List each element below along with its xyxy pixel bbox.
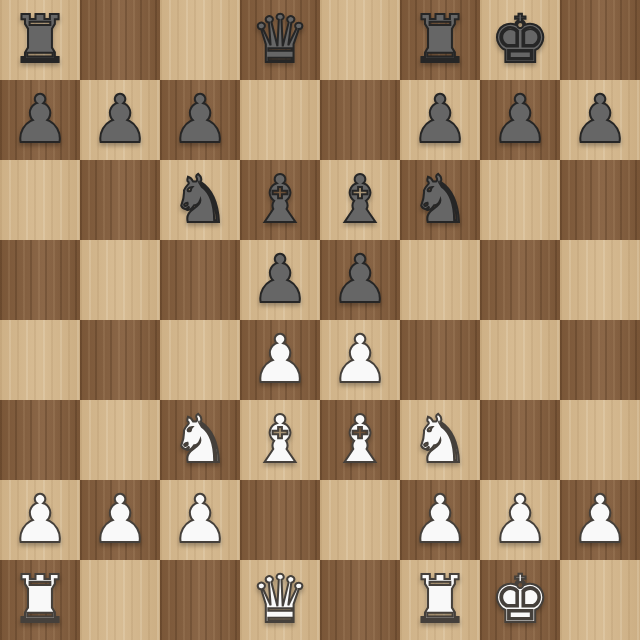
square-a5[interactable] bbox=[0, 240, 80, 320]
white-bishop-e3[interactable]: ♝ bbox=[330, 400, 389, 480]
square-h4[interactable] bbox=[560, 320, 640, 400]
black-rook-a8[interactable]: ♜ bbox=[10, 0, 69, 80]
square-b2[interactable]: ♟ bbox=[80, 480, 160, 560]
square-h1[interactable] bbox=[560, 560, 640, 640]
square-d6[interactable]: ♝ bbox=[240, 160, 320, 240]
square-b5[interactable] bbox=[80, 240, 160, 320]
square-e5[interactable]: ♟ bbox=[320, 240, 400, 320]
square-d7[interactable] bbox=[240, 80, 320, 160]
square-c2[interactable]: ♟ bbox=[160, 480, 240, 560]
square-a3[interactable] bbox=[0, 400, 80, 480]
square-f8[interactable]: ♜ bbox=[400, 0, 480, 80]
black-rook-f8[interactable]: ♜ bbox=[410, 0, 469, 80]
black-king-g8[interactable]: ♚ bbox=[490, 0, 549, 80]
square-h5[interactable] bbox=[560, 240, 640, 320]
square-d3[interactable]: ♝ bbox=[240, 400, 320, 480]
square-b7[interactable]: ♟ bbox=[80, 80, 160, 160]
white-pawn-b2[interactable]: ♟ bbox=[90, 480, 149, 560]
square-b3[interactable] bbox=[80, 400, 160, 480]
square-e6[interactable]: ♝ bbox=[320, 160, 400, 240]
square-d1[interactable]: ♛ bbox=[240, 560, 320, 640]
white-pawn-c2[interactable]: ♟ bbox=[170, 480, 229, 560]
square-d8[interactable]: ♛ bbox=[240, 0, 320, 80]
square-e3[interactable]: ♝ bbox=[320, 400, 400, 480]
square-f3[interactable]: ♞ bbox=[400, 400, 480, 480]
white-knight-c3[interactable]: ♞ bbox=[170, 400, 229, 480]
square-f7[interactable]: ♟ bbox=[400, 80, 480, 160]
square-d5[interactable]: ♟ bbox=[240, 240, 320, 320]
black-pawn-e5[interactable]: ♟ bbox=[330, 240, 389, 320]
chess-board-container: ♜♛♜♚♟♟♟♟♟♟♞♝♝♞♟♟♟♟♞♝♝♞♟♟♟♟♟♟♜♛♜♚ bbox=[0, 0, 640, 640]
black-pawn-f7[interactable]: ♟ bbox=[410, 80, 469, 160]
black-pawn-a7[interactable]: ♟ bbox=[10, 80, 69, 160]
white-pawn-e4[interactable]: ♟ bbox=[330, 320, 389, 400]
square-h7[interactable]: ♟ bbox=[560, 80, 640, 160]
square-g6[interactable] bbox=[480, 160, 560, 240]
white-rook-f1[interactable]: ♜ bbox=[410, 560, 469, 640]
square-a8[interactable]: ♜ bbox=[0, 0, 80, 80]
black-bishop-e6[interactable]: ♝ bbox=[330, 160, 389, 240]
square-f5[interactable] bbox=[400, 240, 480, 320]
square-c7[interactable]: ♟ bbox=[160, 80, 240, 160]
square-d4[interactable]: ♟ bbox=[240, 320, 320, 400]
black-knight-f6[interactable]: ♞ bbox=[410, 160, 469, 240]
square-a6[interactable] bbox=[0, 160, 80, 240]
white-pawn-h2[interactable]: ♟ bbox=[570, 480, 629, 560]
black-knight-c6[interactable]: ♞ bbox=[170, 160, 229, 240]
square-g5[interactable] bbox=[480, 240, 560, 320]
black-pawn-c7[interactable]: ♟ bbox=[170, 80, 229, 160]
square-g4[interactable] bbox=[480, 320, 560, 400]
square-h3[interactable] bbox=[560, 400, 640, 480]
square-b6[interactable] bbox=[80, 160, 160, 240]
square-g2[interactable]: ♟ bbox=[480, 480, 560, 560]
square-d2[interactable] bbox=[240, 480, 320, 560]
white-pawn-g2[interactable]: ♟ bbox=[490, 480, 549, 560]
white-king-g1[interactable]: ♚ bbox=[490, 560, 549, 640]
square-f6[interactable]: ♞ bbox=[400, 160, 480, 240]
square-c3[interactable]: ♞ bbox=[160, 400, 240, 480]
square-b8[interactable] bbox=[80, 0, 160, 80]
square-b1[interactable] bbox=[80, 560, 160, 640]
square-e8[interactable] bbox=[320, 0, 400, 80]
square-e1[interactable] bbox=[320, 560, 400, 640]
square-g1[interactable]: ♚ bbox=[480, 560, 560, 640]
square-c6[interactable]: ♞ bbox=[160, 160, 240, 240]
square-h8[interactable] bbox=[560, 0, 640, 80]
white-pawn-a2[interactable]: ♟ bbox=[10, 480, 69, 560]
square-e2[interactable] bbox=[320, 480, 400, 560]
square-a2[interactable]: ♟ bbox=[0, 480, 80, 560]
white-knight-f3[interactable]: ♞ bbox=[410, 400, 469, 480]
square-h6[interactable] bbox=[560, 160, 640, 240]
black-pawn-h7[interactable]: ♟ bbox=[570, 80, 629, 160]
white-rook-a1[interactable]: ♜ bbox=[10, 560, 69, 640]
white-queen-d1[interactable]: ♛ bbox=[250, 560, 309, 640]
white-pawn-f2[interactable]: ♟ bbox=[410, 480, 469, 560]
square-g7[interactable]: ♟ bbox=[480, 80, 560, 160]
square-c1[interactable] bbox=[160, 560, 240, 640]
square-e7[interactable] bbox=[320, 80, 400, 160]
black-pawn-b7[interactable]: ♟ bbox=[90, 80, 149, 160]
white-bishop-d3[interactable]: ♝ bbox=[250, 400, 309, 480]
square-c4[interactable] bbox=[160, 320, 240, 400]
square-a7[interactable]: ♟ bbox=[0, 80, 80, 160]
black-queen-d8[interactable]: ♛ bbox=[250, 0, 309, 80]
square-b4[interactable] bbox=[80, 320, 160, 400]
square-a4[interactable] bbox=[0, 320, 80, 400]
square-g3[interactable] bbox=[480, 400, 560, 480]
chess-board: ♜♛♜♚♟♟♟♟♟♟♞♝♝♞♟♟♟♟♞♝♝♞♟♟♟♟♟♟♜♛♜♚ bbox=[0, 0, 640, 640]
black-bishop-d6[interactable]: ♝ bbox=[250, 160, 309, 240]
square-h2[interactable]: ♟ bbox=[560, 480, 640, 560]
black-pawn-d5[interactable]: ♟ bbox=[250, 240, 309, 320]
square-e4[interactable]: ♟ bbox=[320, 320, 400, 400]
white-pawn-d4[interactable]: ♟ bbox=[250, 320, 309, 400]
square-f4[interactable] bbox=[400, 320, 480, 400]
square-f1[interactable]: ♜ bbox=[400, 560, 480, 640]
square-a1[interactable]: ♜ bbox=[0, 560, 80, 640]
square-g8[interactable]: ♚ bbox=[480, 0, 560, 80]
black-pawn-g7[interactable]: ♟ bbox=[490, 80, 549, 160]
square-c8[interactable] bbox=[160, 0, 240, 80]
square-f2[interactable]: ♟ bbox=[400, 480, 480, 560]
square-c5[interactable] bbox=[160, 240, 240, 320]
